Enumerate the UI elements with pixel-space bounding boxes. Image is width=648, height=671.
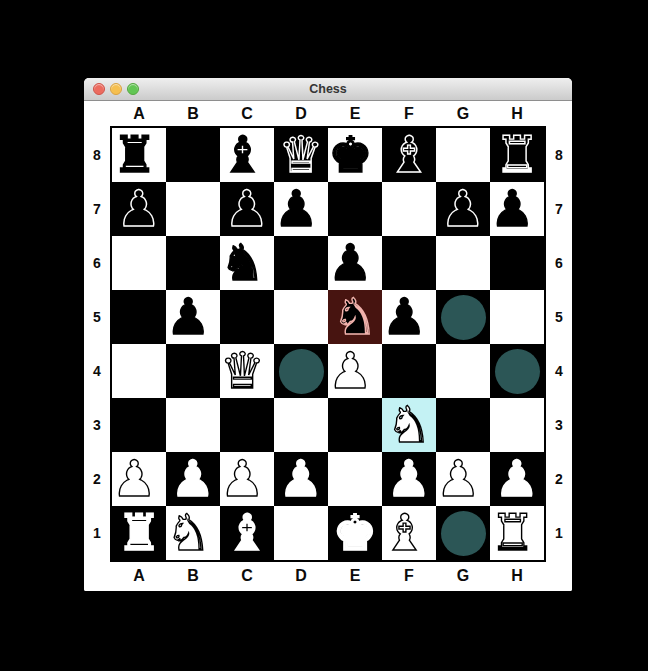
piece-black-rook[interactable]: ♜ (112, 128, 124, 140)
square-c6[interactable]: ♞ (220, 236, 232, 248)
rank-label-4: 4 (84, 344, 110, 398)
square-d8[interactable]: ♛ (274, 128, 328, 182)
piece-white-pawn[interactable]: ♟ (328, 344, 340, 356)
piece-white-pawn[interactable]: ♟ (166, 452, 220, 506)
square-e6[interactable]: ♟ (328, 236, 340, 248)
chess-board: ♜♝♛♚♝♜♟♟♟♟♟♞♟♟♞♟♛♟♞♟♟♟♟♟♟♟♜♞♝♚♝♜ (110, 126, 546, 562)
rank-label-2: 2 (84, 452, 110, 506)
file-label-h: H (490, 105, 544, 123)
square-g7[interactable]: ♟ (436, 182, 490, 236)
piece-white-pawn[interactable]: ♟ (382, 452, 436, 506)
file-label-a: A (112, 105, 166, 123)
title-bar[interactable]: Chess (84, 78, 572, 101)
rank-label-6: 6 (546, 236, 572, 290)
square-g6[interactable] (436, 236, 448, 248)
board-area: ABCDEFGH 87654321 ♜♝♛♚♝♜♟♟♟♟♟♞♟♟♞♟♛♟♞♟♟♟… (84, 101, 572, 591)
piece-black-queen[interactable]: ♛ (274, 128, 328, 182)
square-b7[interactable] (166, 182, 178, 194)
file-label-f: F (382, 105, 436, 123)
file-label-c: C (220, 105, 274, 123)
square-h3[interactable] (490, 398, 502, 410)
rank-labels-left: 87654321 (84, 126, 110, 562)
square-b1[interactable]: ♞ (166, 506, 178, 518)
square-c8[interactable]: ♝ (220, 128, 232, 140)
piece-black-bishop[interactable]: ♝ (382, 128, 436, 182)
window-title: Chess (84, 78, 572, 100)
piece-white-king[interactable]: ♚ (328, 506, 382, 560)
piece-white-bishop[interactable]: ♝ (220, 506, 274, 560)
square-h2[interactable]: ♟ (490, 452, 544, 506)
file-labels-bottom: ABCDEFGH (84, 562, 572, 589)
square-f4[interactable] (382, 344, 436, 398)
chess-window: Chess ABCDEFGH 87654321 ♜♝♛♚♝♜♟♟♟♟♟♞♟♟♞♟… (84, 78, 572, 591)
file-label-e: E (328, 567, 382, 585)
piece-white-bishop[interactable]: ♝ (382, 506, 394, 518)
square-f3[interactable]: ♞ (382, 398, 436, 452)
legal-move-dot[interactable] (441, 295, 486, 340)
square-d5[interactable] (274, 290, 286, 302)
piece-black-pawn[interactable]: ♟ (436, 182, 490, 236)
piece-white-pawn[interactable]: ♟ (112, 452, 124, 464)
square-e4[interactable]: ♟ (328, 344, 340, 356)
square-b3[interactable] (166, 398, 178, 410)
piece-white-rook[interactable]: ♜ (112, 506, 166, 560)
file-label-b: B (166, 105, 220, 123)
square-a7[interactable]: ♟ (112, 182, 166, 236)
piece-black-pawn[interactable]: ♟ (274, 182, 286, 194)
rank-label-4: 4 (546, 344, 572, 398)
file-label-c: C (220, 567, 274, 585)
square-f1[interactable]: ♝ (382, 506, 394, 518)
square-f6[interactable] (382, 236, 436, 290)
square-h8[interactable]: ♜ (490, 128, 544, 182)
rank-label-2: 2 (546, 452, 572, 506)
square-a8[interactable]: ♜ (112, 128, 124, 140)
square-e5[interactable]: ♞ (328, 290, 382, 344)
file-label-d: D (274, 105, 328, 123)
square-a1[interactable]: ♜ (112, 506, 166, 560)
square-b5[interactable]: ♟ (166, 290, 178, 302)
square-d6[interactable] (274, 236, 328, 290)
file-label-g: G (436, 105, 490, 123)
piece-black-knight[interactable]: ♞ (328, 290, 382, 344)
piece-white-pawn[interactable]: ♟ (436, 452, 448, 464)
square-g1[interactable] (436, 506, 490, 560)
file-label-h: H (490, 567, 544, 585)
rank-label-7: 7 (546, 182, 572, 236)
rank-label-8: 8 (84, 128, 110, 182)
square-d1[interactable] (274, 506, 286, 518)
piece-white-knight[interactable]: ♞ (166, 506, 178, 518)
piece-white-pawn[interactable]: ♟ (490, 452, 544, 506)
square-e3[interactable] (328, 398, 382, 452)
piece-black-pawn[interactable]: ♟ (382, 290, 394, 302)
rank-label-1: 1 (84, 506, 110, 560)
file-labels-top: ABCDEFGH (84, 101, 572, 126)
rank-label-5: 5 (84, 290, 110, 344)
square-h1[interactable]: ♜ (490, 506, 502, 518)
square-c4[interactable]: ♛ (220, 344, 232, 356)
square-g4[interactable] (436, 344, 448, 356)
square-a5[interactable] (112, 290, 166, 344)
square-e8[interactable]: ♚ (328, 128, 340, 140)
square-e2[interactable] (328, 452, 340, 464)
square-f2[interactable]: ♟ (382, 452, 436, 506)
square-d4[interactable] (274, 344, 328, 398)
square-b6[interactable] (166, 236, 220, 290)
square-c7[interactable]: ♟ (220, 182, 274, 236)
rank-label-7: 7 (84, 182, 110, 236)
square-g2[interactable]: ♟ (436, 452, 448, 464)
piece-black-pawn[interactable]: ♟ (490, 182, 502, 194)
piece-black-pawn[interactable]: ♟ (220, 182, 274, 236)
square-f5[interactable]: ♟ (382, 290, 394, 302)
piece-white-knight[interactable]: ♞ (382, 398, 436, 452)
square-h7[interactable]: ♟ (490, 182, 502, 194)
legal-move-dot[interactable] (441, 511, 486, 556)
piece-white-queen[interactable]: ♛ (220, 344, 232, 356)
square-f7[interactable] (382, 182, 394, 194)
square-f8[interactable]: ♝ (382, 128, 436, 182)
piece-black-pawn[interactable]: ♟ (328, 236, 340, 248)
square-c3[interactable] (220, 398, 274, 452)
square-g5[interactable] (436, 290, 490, 344)
file-label-e: E (328, 105, 382, 123)
square-h6[interactable] (490, 236, 544, 290)
file-label-f: F (382, 567, 436, 585)
piece-white-pawn[interactable]: ♟ (220, 452, 232, 464)
piece-black-pawn[interactable]: ♟ (166, 290, 178, 302)
square-c2[interactable]: ♟ (220, 452, 232, 464)
square-g8[interactable] (436, 128, 448, 140)
square-c5[interactable] (220, 290, 274, 344)
rank-label-3: 3 (84, 398, 110, 452)
piece-black-knight[interactable]: ♞ (220, 236, 232, 248)
rank-label-6: 6 (84, 236, 110, 290)
rank-label-1: 1 (546, 506, 572, 560)
legal-move-dot[interactable] (279, 349, 324, 394)
square-c1[interactable]: ♝ (220, 506, 274, 560)
piece-black-bishop[interactable]: ♝ (220, 128, 232, 140)
rank-label-5: 5 (546, 290, 572, 344)
square-h4[interactable] (490, 344, 544, 398)
square-b4[interactable] (166, 344, 220, 398)
square-a3[interactable] (112, 398, 166, 452)
square-h5[interactable] (490, 290, 502, 302)
square-a4[interactable] (112, 344, 124, 356)
square-e1[interactable]: ♚ (328, 506, 382, 560)
legal-move-dot[interactable] (495, 349, 540, 394)
square-d3[interactable] (274, 398, 286, 410)
piece-white-pawn[interactable]: ♟ (274, 452, 328, 506)
square-a2[interactable]: ♟ (112, 452, 124, 464)
square-a6[interactable] (112, 236, 124, 248)
square-e7[interactable] (328, 182, 382, 236)
file-label-a: A (112, 567, 166, 585)
square-d2[interactable]: ♟ (274, 452, 328, 506)
rank-label-3: 3 (546, 398, 572, 452)
square-b2[interactable]: ♟ (166, 452, 220, 506)
square-g3[interactable] (436, 398, 490, 452)
file-label-d: D (274, 567, 328, 585)
piece-black-king[interactable]: ♚ (328, 128, 340, 140)
rank-labels-right: 87654321 (546, 126, 572, 562)
square-b8[interactable] (166, 128, 220, 182)
file-label-b: B (166, 567, 220, 585)
file-label-g: G (436, 567, 490, 585)
square-d7[interactable]: ♟ (274, 182, 286, 194)
rank-label-8: 8 (546, 128, 572, 182)
piece-black-pawn[interactable]: ♟ (112, 182, 166, 236)
piece-black-rook[interactable]: ♜ (490, 128, 544, 182)
piece-white-rook[interactable]: ♜ (490, 506, 502, 518)
